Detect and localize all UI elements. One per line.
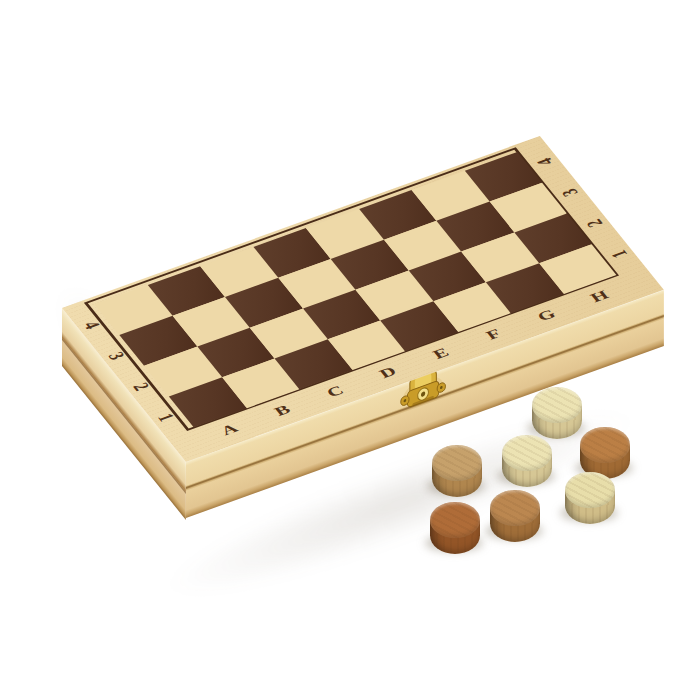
checker-top [502,435,552,471]
rank-label-right-4: 4 [533,156,557,168]
rank-label-right-2: 2 [583,217,607,229]
file-label-c: C [324,384,347,400]
checker-top [532,387,582,423]
checker-piece-light-1 [532,387,582,439]
checker-piece-light-7 [565,472,615,524]
rank-label-right-1: 1 [608,248,632,260]
file-label-e: E [430,346,452,361]
rank-label-right-3: 3 [558,186,582,198]
rank-label-left-4: 4 [79,319,103,331]
checker-top [580,427,630,463]
checker-piece-dark-2 [432,445,482,497]
file-label-f: F [484,327,504,342]
checker-top [490,490,540,526]
file-label-h: H [588,288,612,304]
checker-piece-dark-6 [490,490,540,542]
checker-piece-light-3 [502,435,552,487]
checker-top [430,502,480,538]
file-label-g: G [535,307,559,323]
checker-top [565,472,615,508]
product-photo: ABCDEFGH44332211 [0,0,700,700]
rank-label-left-3: 3 [104,350,128,362]
file-label-a: A [218,422,241,438]
rank-label-left-2: 2 [129,381,153,393]
rank-label-left-1: 1 [154,411,178,423]
checker-top [432,445,482,481]
file-label-b: B [272,403,294,418]
checker-piece-dark-5 [430,502,480,554]
file-label-d: D [377,365,400,381]
